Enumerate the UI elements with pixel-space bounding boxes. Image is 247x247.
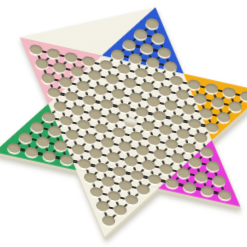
photo-background xyxy=(0,0,247,247)
chinese-checkers-board xyxy=(0,0,247,247)
